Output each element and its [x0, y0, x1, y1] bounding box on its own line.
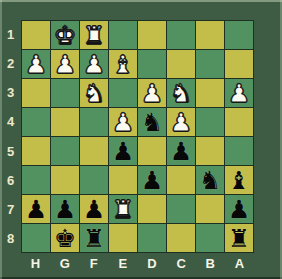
square-h7[interactable]: ♟: [22, 195, 50, 223]
square-e5[interactable]: ♟: [109, 137, 137, 165]
square-d6[interactable]: ♟: [138, 166, 166, 194]
rank-label-6: 6: [0, 166, 21, 195]
square-h5[interactable]: [22, 137, 50, 165]
square-a3[interactable]: ♟: [225, 79, 253, 107]
square-g3[interactable]: [51, 79, 79, 107]
square-h1[interactable]: [22, 21, 50, 49]
square-c8[interactable]: [167, 224, 195, 252]
piece-white-N: ♞: [83, 81, 105, 106]
square-f7[interactable]: ♟: [80, 195, 108, 223]
square-g1[interactable]: ♚: [51, 21, 79, 49]
rank-label-1: 1: [0, 20, 21, 49]
rank-label-4: 4: [0, 107, 21, 136]
square-d2[interactable]: [138, 50, 166, 78]
rank-label-7: 7: [0, 195, 21, 224]
square-h3[interactable]: [22, 79, 50, 107]
piece-white-P: ♟: [112, 110, 134, 135]
square-h8[interactable]: [22, 224, 50, 252]
rank-label-8: 8: [0, 224, 21, 253]
piece-white-P: ♟: [141, 81, 163, 106]
rank-label-2: 2: [0, 49, 21, 78]
square-a1[interactable]: [225, 21, 253, 49]
piece-black-P: ♟: [83, 197, 105, 222]
square-c6[interactable]: [167, 166, 195, 194]
square-c3[interactable]: ♞: [167, 79, 195, 107]
square-b7[interactable]: [196, 195, 224, 223]
file-label-h: H: [21, 253, 50, 274]
piece-white-P: ♟: [83, 52, 105, 77]
square-d4[interactable]: ♞: [138, 108, 166, 136]
square-d7[interactable]: [138, 195, 166, 223]
square-d1[interactable]: [138, 21, 166, 49]
piece-black-R: ♜: [83, 226, 105, 251]
file-label-e: E: [108, 253, 137, 274]
file-label-b: B: [196, 253, 225, 274]
square-f8[interactable]: ♜: [80, 224, 108, 252]
square-g2[interactable]: ♟: [51, 50, 79, 78]
piece-black-B: ♝: [228, 168, 250, 193]
square-c7[interactable]: [167, 195, 195, 223]
square-c2[interactable]: [167, 50, 195, 78]
square-h4[interactable]: [22, 108, 50, 136]
square-b5[interactable]: [196, 137, 224, 165]
square-e1[interactable]: [109, 21, 137, 49]
chess-board-panel: 12345678 ♚♜♟♟♟♝♞♟♞♟♟♞♟♟♟♟♞♝♟♟♟♜♟♚♜♜ HGFE…: [0, 0, 282, 279]
square-g8[interactable]: ♚: [51, 224, 79, 252]
piece-white-P: ♟: [170, 110, 192, 135]
square-b1[interactable]: [196, 21, 224, 49]
square-f4[interactable]: [80, 108, 108, 136]
piece-white-P: ♟: [54, 52, 76, 77]
square-a8[interactable]: ♜: [225, 224, 253, 252]
square-e7[interactable]: ♜: [109, 195, 137, 223]
piece-black-P: ♟: [25, 197, 47, 222]
square-g5[interactable]: [51, 137, 79, 165]
square-b3[interactable]: [196, 79, 224, 107]
square-e8[interactable]: [109, 224, 137, 252]
square-f5[interactable]: [80, 137, 108, 165]
piece-white-R: ♜: [83, 23, 105, 48]
piece-white-N: ♞: [170, 81, 192, 106]
chess-board: ♚♜♟♟♟♝♞♟♞♟♟♞♟♟♟♟♞♝♟♟♟♜♟♚♜♜: [21, 20, 254, 253]
piece-black-R: ♜: [228, 226, 250, 251]
piece-black-P: ♟: [112, 139, 134, 164]
piece-white-P: ♟: [228, 81, 250, 106]
file-label-f: F: [79, 253, 108, 274]
square-a4[interactable]: [225, 108, 253, 136]
piece-black-N: ♞: [141, 110, 163, 135]
piece-white-K: ♚: [54, 23, 76, 48]
file-label-g: G: [50, 253, 79, 274]
square-h6[interactable]: [22, 166, 50, 194]
file-label-d: D: [138, 253, 167, 274]
square-g4[interactable]: [51, 108, 79, 136]
rank-label-5: 5: [0, 137, 21, 166]
square-a6[interactable]: ♝: [225, 166, 253, 194]
square-b4[interactable]: [196, 108, 224, 136]
piece-white-P: ♟: [25, 52, 47, 77]
square-c5[interactable]: ♟: [167, 137, 195, 165]
piece-white-B: ♝: [112, 52, 134, 77]
square-d5[interactable]: [138, 137, 166, 165]
piece-black-P: ♟: [170, 139, 192, 164]
square-b2[interactable]: [196, 50, 224, 78]
square-g7[interactable]: ♟: [51, 195, 79, 223]
square-d8[interactable]: [138, 224, 166, 252]
square-c1[interactable]: [167, 21, 195, 49]
square-e3[interactable]: [109, 79, 137, 107]
rank-label-3: 3: [0, 78, 21, 107]
square-g6[interactable]: [51, 166, 79, 194]
square-c4[interactable]: ♟: [167, 108, 195, 136]
piece-black-P: ♟: [228, 197, 250, 222]
piece-white-R: ♜: [112, 197, 134, 222]
file-label-c: C: [167, 253, 196, 274]
square-a5[interactable]: [225, 137, 253, 165]
square-f1[interactable]: ♜: [80, 21, 108, 49]
file-label-a: A: [225, 253, 254, 274]
square-b6[interactable]: ♞: [196, 166, 224, 194]
square-f2[interactable]: ♟: [80, 50, 108, 78]
square-h2[interactable]: ♟: [22, 50, 50, 78]
piece-black-K: ♚: [54, 226, 76, 251]
square-f3[interactable]: ♞: [80, 79, 108, 107]
file-labels: HGFEDCBA: [21, 253, 254, 274]
square-e2[interactable]: ♝: [109, 50, 137, 78]
square-e6[interactable]: [109, 166, 137, 194]
square-d3[interactable]: ♟: [138, 79, 166, 107]
square-a7[interactable]: ♟: [225, 195, 253, 223]
piece-black-P: ♟: [54, 197, 76, 222]
rank-labels: 12345678: [0, 20, 21, 253]
piece-black-P: ♟: [141, 168, 163, 193]
square-f6[interactable]: [80, 166, 108, 194]
square-a2[interactable]: [225, 50, 253, 78]
square-e4[interactable]: ♟: [109, 108, 137, 136]
piece-black-N: ♞: [199, 168, 221, 193]
square-b8[interactable]: [196, 224, 224, 252]
